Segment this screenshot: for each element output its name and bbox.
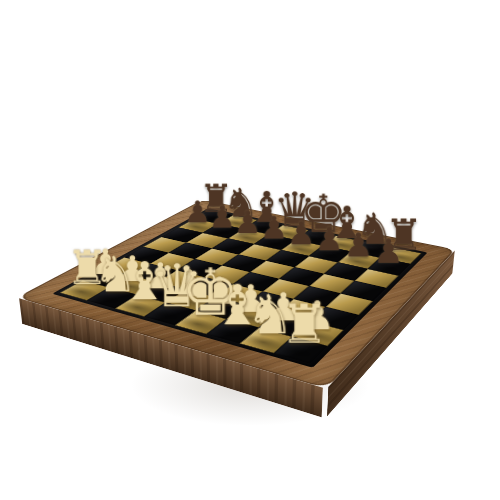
square-h6[interactable] xyxy=(355,269,399,288)
piece-black-pawn[interactable]: ♟ xyxy=(372,235,405,267)
piece-black-pawn[interactable]: ♟ xyxy=(286,218,317,248)
piece-black-pawn[interactable]: ♟ xyxy=(314,224,345,255)
piece-black-pawn[interactable]: ♟ xyxy=(342,229,374,260)
piece-black-pawn[interactable]: ♟ xyxy=(259,213,289,243)
square-h1[interactable]: ♜ xyxy=(274,337,327,364)
product-photo-scene: ♜♞♝♛♚♝♞♜♟♟♟♟♟♟♟♟♟♟♟♟♟♟♟♟♜♞♝♛♚♝♞♜ xyxy=(0,0,500,500)
square-h7[interactable]: ♟ xyxy=(368,258,411,276)
piece-white-rook[interactable]: ♜ xyxy=(280,299,320,351)
piece-white-knight[interactable]: ♞ xyxy=(246,289,285,341)
square-g6[interactable] xyxy=(324,262,368,280)
